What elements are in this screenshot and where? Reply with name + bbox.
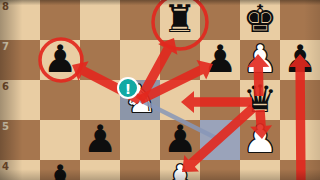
square-h8[interactable] — [280, 0, 320, 40]
square-a5[interactable]: 5 — [0, 120, 40, 160]
square-b4[interactable]: ♟ — [40, 160, 80, 180]
square-c4[interactable] — [80, 160, 120, 180]
piece-black-R-e8: ♜ — [163, 0, 197, 39]
square-h6[interactable] — [280, 80, 320, 120]
square-e5[interactable]: ♟ — [160, 120, 200, 160]
square-d4[interactable] — [120, 160, 160, 180]
square-f6[interactable] — [200, 80, 240, 120]
rank-label-4: 4 — [2, 161, 9, 172]
square-b5[interactable] — [40, 120, 80, 160]
rank-label-8: 8 — [2, 1, 9, 12]
square-h7[interactable]: ♟ — [280, 40, 320, 80]
square-f5[interactable] — [200, 120, 240, 160]
chess-thumbnail: 8♜♚7♟♟♟♟6♞♛5♟♟♟4♟♟ ! — [0, 0, 320, 180]
square-d7[interactable] — [120, 40, 160, 80]
rank-label-5: 5 — [2, 121, 9, 132]
square-c6[interactable] — [80, 80, 120, 120]
square-e7[interactable] — [160, 40, 200, 80]
square-e8[interactable]: ♜ — [160, 0, 200, 40]
piece-black-P-b7: ♟ — [43, 39, 77, 79]
square-d8[interactable] — [120, 0, 160, 40]
square-b7[interactable]: ♟ — [40, 40, 80, 80]
square-b8[interactable] — [40, 0, 80, 40]
piece-white-P-g7: ♟ — [243, 39, 277, 79]
square-g8[interactable]: ♚ — [240, 0, 280, 40]
square-c5[interactable]: ♟ — [80, 120, 120, 160]
square-c7[interactable] — [80, 40, 120, 80]
square-a8[interactable]: 8 — [0, 0, 40, 40]
square-a6[interactable]: 6 — [0, 80, 40, 120]
square-e6[interactable] — [160, 80, 200, 120]
rank-label-7: 7 — [2, 41, 9, 52]
square-h4[interactable] — [280, 160, 320, 180]
square-h5[interactable] — [280, 120, 320, 160]
piece-black-P-f7: ♟ — [203, 39, 237, 79]
piece-black-P-c5: ♟ — [83, 119, 117, 159]
piece-black-P-h7: ♟ — [283, 39, 317, 79]
square-d6[interactable]: ♞ — [120, 80, 160, 120]
square-a4[interactable]: 4 — [0, 160, 40, 180]
piece-black-P-e5: ♟ — [163, 119, 197, 159]
piece-black-K-g8: ♚ — [243, 0, 277, 39]
piece-black-Q-g6: ♛ — [243, 79, 277, 119]
square-e4[interactable]: ♟ — [160, 160, 200, 180]
piece-white-P-e4: ♟ — [163, 159, 197, 180]
square-g7[interactable]: ♟ — [240, 40, 280, 80]
square-a7[interactable]: 7 — [0, 40, 40, 80]
square-f8[interactable] — [200, 0, 240, 40]
square-g6[interactable]: ♛ — [240, 80, 280, 120]
piece-white-P-g5: ♟ — [243, 119, 277, 159]
square-c8[interactable] — [80, 0, 120, 40]
piece-white-N-d6: ♞ — [123, 79, 157, 119]
square-f7[interactable]: ♟ — [200, 40, 240, 80]
square-g5[interactable]: ♟ — [240, 120, 280, 160]
chess-board: 8♜♚7♟♟♟♟6♞♛5♟♟♟4♟♟ — [0, 0, 320, 180]
square-g4[interactable] — [240, 160, 280, 180]
piece-black-P-b4: ♟ — [43, 159, 77, 180]
square-b6[interactable] — [40, 80, 80, 120]
rank-label-6: 6 — [2, 81, 9, 92]
square-d5[interactable] — [120, 120, 160, 160]
square-f4[interactable] — [200, 160, 240, 180]
